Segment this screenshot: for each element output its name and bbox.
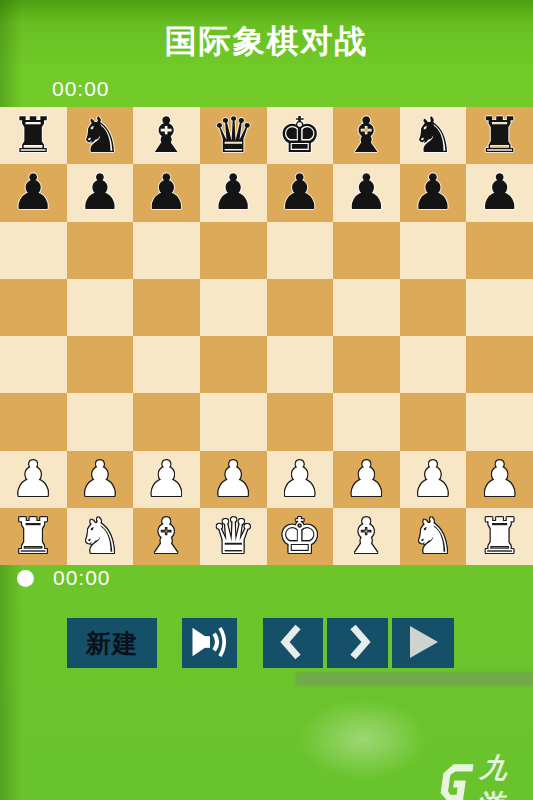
square-h4[interactable]	[466, 336, 533, 393]
play-icon	[401, 620, 445, 667]
piece-black-pawn: ♟	[78, 168, 122, 217]
square-c4[interactable]	[133, 336, 200, 393]
piece-white-pawn: ♟	[478, 455, 522, 504]
square-a3[interactable]	[0, 393, 67, 450]
square-e7[interactable]: ♟	[267, 164, 334, 221]
piece-white-knight: ♞	[411, 512, 455, 561]
square-f7[interactable]: ♟	[333, 164, 400, 221]
square-b6[interactable]	[67, 222, 134, 279]
piece-black-knight: ♞	[78, 111, 122, 160]
square-b4[interactable]	[67, 336, 134, 393]
new-game-button[interactable]: 新建	[67, 618, 157, 668]
watermark: 九游	[433, 750, 533, 800]
square-a8[interactable]: ♜	[0, 107, 67, 164]
square-c6[interactable]	[133, 222, 200, 279]
square-g8[interactable]: ♞	[400, 107, 467, 164]
square-f4[interactable]	[333, 336, 400, 393]
square-h1[interactable]: ♜	[466, 508, 533, 565]
piece-black-pawn: ♟	[344, 168, 388, 217]
piece-white-pawn: ♟	[11, 455, 55, 504]
piece-black-pawn: ♟	[278, 168, 322, 217]
piece-white-pawn: ♟	[278, 455, 322, 504]
piece-white-king: ♚	[278, 512, 322, 561]
piece-black-queen: ♛	[211, 111, 255, 160]
square-d4[interactable]	[200, 336, 267, 393]
square-a6[interactable]	[0, 222, 67, 279]
square-f3[interactable]	[333, 393, 400, 450]
piece-white-rook: ♜	[11, 512, 55, 561]
square-d5[interactable]	[200, 279, 267, 336]
piece-white-pawn: ♟	[78, 455, 122, 504]
square-b5[interactable]	[67, 279, 134, 336]
piece-black-bishop: ♝	[145, 111, 189, 160]
square-c2[interactable]: ♟	[133, 451, 200, 508]
square-g7[interactable]: ♟	[400, 164, 467, 221]
square-b2[interactable]: ♟	[67, 451, 134, 508]
square-f6[interactable]	[333, 222, 400, 279]
square-f5[interactable]	[333, 279, 400, 336]
black-timer: 00:00	[52, 77, 110, 101]
piece-black-pawn: ♟	[478, 168, 522, 217]
square-e3[interactable]	[267, 393, 334, 450]
watermark-label: 九游	[473, 750, 533, 800]
square-d7[interactable]: ♟	[200, 164, 267, 221]
square-f1[interactable]: ♝	[333, 508, 400, 565]
square-g4[interactable]	[400, 336, 467, 393]
square-h8[interactable]: ♜	[466, 107, 533, 164]
page-title: 国际象棋对战	[0, 20, 533, 64]
square-c8[interactable]: ♝	[133, 107, 200, 164]
square-a5[interactable]	[0, 279, 67, 336]
square-g5[interactable]	[400, 279, 467, 336]
piece-white-pawn: ♟	[145, 455, 189, 504]
app-screen: 国际象棋对战 00:00 ♜♞♝♛♚♝♞♜♟♟♟♟♟♟♟♟♟♟♟♟♟♟♟♟♜♞♝…	[0, 0, 533, 800]
ninegame-logo-icon	[435, 762, 478, 800]
shadow-artifact	[296, 672, 533, 686]
piece-black-knight: ♞	[411, 111, 455, 160]
square-f8[interactable]: ♝	[333, 107, 400, 164]
square-c7[interactable]: ♟	[133, 164, 200, 221]
square-d1[interactable]: ♛	[200, 508, 267, 565]
square-a2[interactable]: ♟	[0, 451, 67, 508]
square-h2[interactable]: ♟	[466, 451, 533, 508]
chevron-left-icon	[273, 620, 313, 667]
piece-black-pawn: ♟	[145, 168, 189, 217]
square-g6[interactable]	[400, 222, 467, 279]
square-e1[interactable]: ♚	[267, 508, 334, 565]
sound-button[interactable]	[182, 618, 237, 668]
previous-move-button[interactable]	[263, 618, 323, 668]
white-timer: 00:00	[53, 566, 111, 590]
piece-black-pawn: ♟	[11, 168, 55, 217]
piece-black-pawn: ♟	[211, 168, 255, 217]
square-h5[interactable]	[466, 279, 533, 336]
square-h6[interactable]	[466, 222, 533, 279]
square-b8[interactable]: ♞	[67, 107, 134, 164]
chevron-right-icon	[338, 620, 378, 667]
square-e4[interactable]	[267, 336, 334, 393]
square-c3[interactable]	[133, 393, 200, 450]
square-c1[interactable]: ♝	[133, 508, 200, 565]
square-b1[interactable]: ♞	[67, 508, 134, 565]
square-h7[interactable]: ♟	[466, 164, 533, 221]
piece-black-bishop: ♝	[344, 111, 388, 160]
next-move-button[interactable]	[327, 618, 388, 668]
piece-white-bishop: ♝	[145, 512, 189, 561]
square-d2[interactable]: ♟	[200, 451, 267, 508]
piece-white-pawn: ♟	[344, 455, 388, 504]
piece-white-bishop: ♝	[344, 512, 388, 561]
piece-black-pawn: ♟	[411, 168, 455, 217]
square-d8[interactable]: ♛	[200, 107, 267, 164]
square-d6[interactable]	[200, 222, 267, 279]
square-d3[interactable]	[200, 393, 267, 450]
piece-white-knight: ♞	[78, 512, 122, 561]
piece-black-rook: ♜	[478, 111, 522, 160]
square-e2[interactable]: ♟	[267, 451, 334, 508]
square-a1[interactable]: ♜	[0, 508, 67, 565]
highlight-artifact	[298, 698, 428, 780]
square-g1[interactable]: ♞	[400, 508, 467, 565]
speaker-icon	[190, 623, 230, 664]
autoplay-button[interactable]	[392, 618, 454, 668]
square-f2[interactable]: ♟	[333, 451, 400, 508]
square-c5[interactable]	[133, 279, 200, 336]
piece-black-king: ♚	[278, 111, 322, 160]
square-e8[interactable]: ♚	[267, 107, 334, 164]
square-b7[interactable]: ♟	[67, 164, 134, 221]
piece-black-rook: ♜	[11, 111, 55, 160]
square-a7[interactable]: ♟	[0, 164, 67, 221]
piece-white-pawn: ♟	[211, 455, 255, 504]
square-e6[interactable]	[267, 222, 334, 279]
square-g2[interactable]: ♟	[400, 451, 467, 508]
square-a4[interactable]	[0, 336, 67, 393]
turn-indicator-dot	[17, 570, 34, 587]
square-g3[interactable]	[400, 393, 467, 450]
piece-white-pawn: ♟	[411, 455, 455, 504]
chess-board: ♜♞♝♛♚♝♞♜♟♟♟♟♟♟♟♟♟♟♟♟♟♟♟♟♜♞♝♛♚♝♞♜	[0, 107, 533, 565]
square-h3[interactable]	[466, 393, 533, 450]
square-b3[interactable]	[67, 393, 134, 450]
square-e5[interactable]	[267, 279, 334, 336]
piece-white-rook: ♜	[478, 512, 522, 561]
piece-white-queen: ♛	[211, 512, 255, 561]
